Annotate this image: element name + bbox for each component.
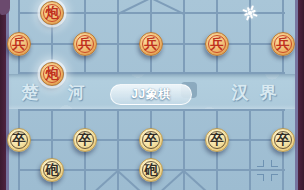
- piece-red-soldier[interactable]: 兵: [271, 32, 295, 56]
- piece-black-soldier[interactable]: 卒: [139, 128, 163, 152]
- piece-glyph: 卒: [210, 133, 224, 147]
- piece-red-soldier[interactable]: 兵: [139, 32, 163, 56]
- piece-glyph: 兵: [78, 36, 92, 50]
- piece-black-cannon[interactable]: 砲: [40, 158, 64, 182]
- piece-black-soldier[interactable]: 卒: [7, 128, 31, 152]
- point-marker-corner: [257, 160, 264, 167]
- piece-red-cannon[interactable]: 炮: [40, 1, 64, 25]
- piece-glyph: 卒: [144, 133, 158, 147]
- piece-glyph: 砲: [45, 163, 59, 177]
- piece-red-soldier[interactable]: 兵: [7, 32, 31, 56]
- xiangqi-board: 楚 河 汉 界 JJ象棋 炮炮兵兵兵兵兵卒卒卒卒卒砲砲: [0, 0, 304, 190]
- piece-glyph: 卒: [276, 133, 290, 147]
- piece-glyph: 兵: [276, 36, 290, 50]
- piece-glyph: 卒: [12, 133, 26, 147]
- piece-black-soldier[interactable]: 卒: [205, 128, 229, 152]
- point-marker-corner: [271, 160, 278, 167]
- piece-black-cannon[interactable]: 砲: [139, 158, 163, 182]
- sparkle-core: [247, 10, 253, 16]
- piece-red-cannon[interactable]: 炮: [40, 62, 64, 86]
- piece-glyph: 兵: [144, 36, 158, 50]
- piece-glyph: 卒: [78, 133, 92, 147]
- piece-black-soldier[interactable]: 卒: [271, 128, 295, 152]
- piece-red-soldier[interactable]: 兵: [205, 32, 229, 56]
- piece-glyph: 砲: [144, 163, 158, 177]
- piece-glyph: 炮: [45, 66, 59, 80]
- piece-red-soldier[interactable]: 兵: [73, 32, 97, 56]
- piece-glyph: 炮: [45, 6, 59, 20]
- point-marker-corner: [257, 174, 264, 181]
- point-marker-corner: [271, 174, 278, 181]
- pieces-layer: 炮炮兵兵兵兵兵卒卒卒卒卒砲砲: [3, 0, 300, 185]
- piece-black-soldier[interactable]: 卒: [73, 128, 97, 152]
- piece-glyph: 兵: [210, 36, 224, 50]
- piece-glyph: 兵: [12, 36, 26, 50]
